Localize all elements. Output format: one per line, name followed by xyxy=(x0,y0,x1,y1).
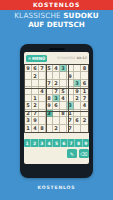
cell-r6c6[interactable] xyxy=(60,102,67,109)
sudoku-board: 9675438297236475911834275296342738139762… xyxy=(24,64,89,133)
menu-label: MENÜ xyxy=(32,56,45,61)
number-pad: 123456789 xyxy=(24,139,89,147)
cell-r1c5[interactable]: 4 xyxy=(53,65,60,72)
cell-r3c5[interactable]: 2 xyxy=(53,80,60,87)
headline: KLASSISCHE SUDOKU AUF DEUTSCH xyxy=(0,12,113,29)
box-line-horizontal-2 xyxy=(25,111,88,112)
cell-r1c3[interactable]: 7 xyxy=(39,65,46,72)
box-line-vertical-2 xyxy=(68,65,69,132)
numpad-key-4[interactable]: 4 xyxy=(46,139,53,147)
cell-r1c8[interactable] xyxy=(74,65,81,72)
cell-r1c2[interactable]: 6 xyxy=(32,65,39,72)
cell-r6c1[interactable]: 5 xyxy=(25,102,32,109)
cell-r5c6[interactable]: 4 xyxy=(60,95,67,102)
box-line-vertical-1 xyxy=(46,65,47,132)
free-banner: KOSTENLOS xyxy=(0,0,113,10)
cell-r3c2[interactable] xyxy=(32,80,39,87)
status-line: SCHWIERIG60:17 xyxy=(57,56,87,60)
cell-r2c8[interactable] xyxy=(74,72,81,79)
headline-bold: SUDOKU xyxy=(63,11,99,20)
menu-button[interactable]: ≡MENÜ xyxy=(26,55,47,62)
cell-r2c1[interactable] xyxy=(25,72,32,79)
cell-r6c3[interactable] xyxy=(39,102,46,109)
cell-r2c6[interactable] xyxy=(60,72,67,79)
cell-r1c6[interactable]: 3 xyxy=(60,65,67,72)
numpad-key-2[interactable]: 2 xyxy=(31,139,38,147)
numpad-key-8[interactable]: 8 xyxy=(75,139,82,147)
cell-r2c3[interactable] xyxy=(39,72,46,79)
cell-r1c9[interactable]: 8 xyxy=(81,65,88,72)
cell-r8c8[interactable]: 6 xyxy=(74,117,81,124)
cell-r5c8[interactable]: 2 xyxy=(74,95,81,102)
cell-r5c5[interactable]: 3 xyxy=(53,95,60,102)
cell-r3c9[interactable]: 6 xyxy=(81,80,88,87)
pencil-icon: ✎ xyxy=(70,151,74,157)
cell-r6c9[interactable]: 4 xyxy=(81,102,88,109)
cell-r8c3[interactable] xyxy=(39,117,46,124)
cell-r2c2[interactable]: 2 xyxy=(32,72,39,79)
app-bar: ≡MENÜ SCHWIERIG60:17 xyxy=(25,54,88,62)
cell-r2c5[interactable] xyxy=(53,72,60,79)
cell-r6c8[interactable] xyxy=(74,102,81,109)
cell-r3c3[interactable] xyxy=(39,80,46,87)
cell-r5c1[interactable] xyxy=(25,95,32,102)
cell-r3c1[interactable] xyxy=(25,80,32,87)
cell-r5c2[interactable]: 1 xyxy=(32,95,39,102)
cell-r3c6[interactable] xyxy=(60,80,67,87)
cell-r8c2[interactable]: 9 xyxy=(32,117,39,124)
difficulty-label: SCHWIERIG xyxy=(57,56,75,60)
action-buttons: ✎⌫ xyxy=(24,149,89,158)
cell-r1c1[interactable]: 9 xyxy=(25,65,32,72)
cell-r8c6[interactable] xyxy=(60,117,67,124)
headline-regular: KLASSISCHE xyxy=(14,11,63,20)
phone-mockup: ≡MENÜ SCHWIERIG60:17 9675438297236475911… xyxy=(20,44,93,178)
numpad-key-6[interactable]: 6 xyxy=(61,139,68,147)
cell-r6c2[interactable]: 2 xyxy=(32,102,39,109)
footer-free-label: KOSTENLOS xyxy=(0,185,113,190)
headline-line2: AUF DEUTSCH xyxy=(0,21,113,30)
box-line-horizontal-1 xyxy=(25,88,88,89)
numpad-key-3[interactable]: 3 xyxy=(39,139,46,147)
cell-r9c3[interactable]: 8 xyxy=(39,125,46,132)
cell-r9c2[interactable]: 4 xyxy=(32,125,39,132)
timer: 60:17 xyxy=(77,56,87,60)
notes-button[interactable]: ✎ xyxy=(67,149,78,158)
cell-r9c8[interactable] xyxy=(74,125,81,132)
cell-r9c1[interactable]: 1 xyxy=(25,125,32,132)
cell-r5c9[interactable]: 7 xyxy=(81,95,88,102)
numpad-key-7[interactable]: 7 xyxy=(68,139,75,147)
phone-screen: ≡MENÜ SCHWIERIG60:17 9675438297236475911… xyxy=(24,52,89,164)
eraser-icon: ⌫ xyxy=(80,151,87,157)
cell-r5c3[interactable] xyxy=(39,95,46,102)
cell-r2c9[interactable] xyxy=(81,72,88,79)
cell-r3c8[interactable]: 3 xyxy=(74,80,81,87)
cell-r9c6[interactable] xyxy=(60,125,67,132)
numpad-key-5[interactable]: 5 xyxy=(53,139,60,147)
numpad-key-1[interactable]: 1 xyxy=(24,139,31,147)
phone-speaker xyxy=(49,48,65,50)
cell-r9c5[interactable]: 2 xyxy=(53,125,60,132)
cell-r8c1[interactable]: 3 xyxy=(25,117,32,124)
sudoku-grid: 9675438297236475911834275296342738139762… xyxy=(25,65,88,132)
numpad-key-9[interactable]: 9 xyxy=(83,139,89,147)
cell-r9c9[interactable] xyxy=(81,125,88,132)
cell-r8c9[interactable]: 2 xyxy=(81,117,88,124)
cell-r6c5[interactable]: 6 xyxy=(53,102,60,109)
cell-r8c5[interactable] xyxy=(53,117,60,124)
hamburger-icon: ≡ xyxy=(28,56,31,61)
erase-button[interactable]: ⌫ xyxy=(79,149,90,158)
